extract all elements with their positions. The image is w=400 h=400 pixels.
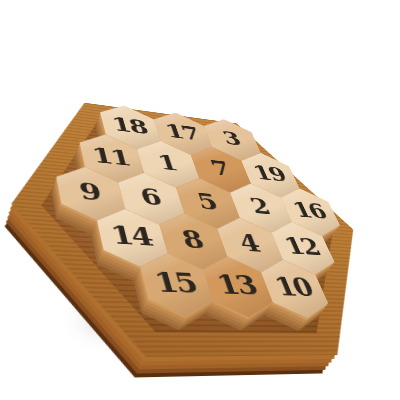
tile-number: 3: [220, 129, 243, 149]
tile-number: 6: [138, 185, 163, 209]
tile-number: 15: [152, 269, 200, 298]
tile-number: 16: [289, 199, 329, 222]
tile-number: 14: [108, 222, 154, 250]
tile-number: 1: [155, 152, 179, 174]
tile-number: 10: [271, 274, 316, 301]
tile-number: 2: [247, 195, 272, 218]
scene: 18173111719965216148412151310: [0, 0, 400, 400]
board-3d: 18173111719965216148412151310: [0, 91, 400, 358]
tile-number: 17: [163, 121, 202, 143]
tile-number: 11: [90, 144, 132, 169]
tile-number: 5: [194, 190, 219, 213]
tile-number: 19: [250, 163, 289, 186]
tile-number: 9: [77, 180, 102, 205]
tile-number: 18: [110, 114, 150, 137]
tile-number: 13: [213, 271, 260, 299]
tile-number: 8: [179, 227, 205, 252]
tile-number: 7: [208, 158, 232, 179]
tile-number: 12: [281, 234, 323, 259]
tile-number: 4: [236, 231, 262, 256]
